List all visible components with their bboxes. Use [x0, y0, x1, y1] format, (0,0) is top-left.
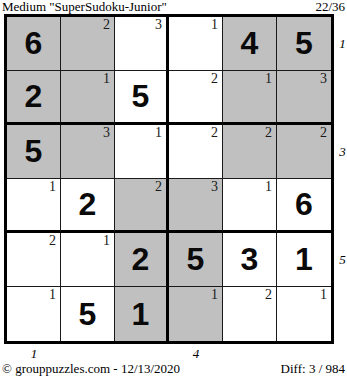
corner-mark: 3: [320, 71, 327, 87]
cell-r2c2[interactable]: 1: [61, 71, 115, 125]
corner-mark: 2: [320, 125, 327, 141]
corner-mark: 1: [103, 71, 110, 87]
cell-r2c6[interactable]: 3: [277, 71, 331, 125]
cell-value: 5: [7, 125, 60, 178]
cell-r3c3[interactable]: 1: [115, 125, 169, 179]
cell-value: 5: [169, 233, 222, 286]
cell-r2c3[interactable]: 5: [115, 71, 169, 125]
cell-r4c1[interactable]: 1: [7, 179, 61, 233]
cell-value: 6: [7, 17, 60, 70]
copyright-text: © grouppuzzles.com - 12/13/2020: [2, 362, 180, 376]
cell-value: 5: [115, 71, 166, 122]
cell-r5c5[interactable]: 3: [223, 233, 277, 287]
cell-r5c4[interactable]: 5: [169, 233, 223, 287]
cell-r5c3[interactable]: 2: [115, 233, 169, 287]
corner-mark: 1: [265, 71, 272, 87]
cell-r3c6[interactable]: 2: [277, 125, 331, 179]
col-label-4: 4: [191, 346, 201, 361]
cell-r3c5[interactable]: 2: [223, 125, 277, 179]
cell-r1c5[interactable]: 4: [223, 17, 277, 71]
cell-r2c4[interactable]: 2: [169, 71, 223, 125]
corner-mark: 1: [103, 233, 110, 249]
cell-r4c3[interactable]: 2: [115, 179, 169, 233]
col-label-1: 1: [29, 346, 39, 361]
corner-mark: 2: [103, 17, 110, 33]
corner-mark: 2: [265, 125, 272, 141]
corner-mark: 1: [265, 179, 272, 195]
corner-mark: 2: [155, 179, 162, 195]
cell-r1c6[interactable]: 5: [277, 17, 331, 71]
difficulty-text: Diff: 3 / 984: [281, 362, 345, 376]
cell-r5c2[interactable]: 1: [61, 233, 115, 287]
footer: © grouppuzzles.com - 12/13/2020 Diff: 3 …: [2, 362, 345, 376]
cell-r6c1[interactable]: 1: [7, 287, 61, 341]
corner-mark: 1: [49, 287, 56, 303]
cell-r1c2[interactable]: 2: [61, 17, 115, 71]
cell-value: 1: [115, 287, 166, 341]
cell-r6c5[interactable]: 2: [223, 287, 277, 341]
corner-mark: 1: [211, 17, 218, 33]
cell-value: 5: [61, 287, 114, 341]
cell-r1c1[interactable]: 6: [7, 17, 61, 71]
corner-mark: 1: [155, 125, 162, 141]
corner-mark: 2: [265, 287, 272, 303]
sudoku-board: 623145215213531222122316212531151121: [4, 14, 334, 344]
corner-mark: 2: [211, 125, 218, 141]
cell-value: 3: [223, 233, 276, 286]
corner-mark: 2: [211, 71, 218, 87]
cell-r1c4[interactable]: 1: [169, 17, 223, 71]
cell-value: 5: [277, 17, 331, 70]
cell-r6c3[interactable]: 1: [115, 287, 169, 341]
cell-r4c6[interactable]: 6: [277, 179, 331, 233]
corner-mark: 3: [155, 17, 162, 33]
corner-mark: 1: [320, 287, 327, 303]
cell-r4c5[interactable]: 1: [223, 179, 277, 233]
corner-mark: 1: [211, 287, 218, 303]
cell-r5c1[interactable]: 2: [7, 233, 61, 287]
cell-value: 2: [115, 233, 166, 286]
cell-r5c6[interactable]: 1: [277, 233, 331, 287]
corner-mark: 2: [49, 233, 56, 249]
corner-mark: 3: [211, 179, 218, 195]
cell-value: 2: [61, 179, 114, 230]
cell-r3c2[interactable]: 3: [61, 125, 115, 179]
cell-r2c1[interactable]: 2: [7, 71, 61, 125]
puzzle-title: Medium "SuperSudoku-Junior": [2, 0, 167, 13]
header: Medium "SuperSudoku-Junior" 22/36: [2, 0, 345, 13]
cell-r3c1[interactable]: 5: [7, 125, 61, 179]
cell-r6c2[interactable]: 5: [61, 287, 115, 341]
row-label-3: 3: [338, 144, 347, 159]
cell-r4c2[interactable]: 2: [61, 179, 115, 233]
cell-r3c4[interactable]: 2: [169, 125, 223, 179]
corner-mark: 1: [49, 179, 56, 195]
cell-r1c3[interactable]: 3: [115, 17, 169, 71]
corner-mark: 3: [103, 125, 110, 141]
cell-value: 4: [223, 17, 276, 70]
cell-r4c4[interactable]: 3: [169, 179, 223, 233]
row-label-5: 5: [338, 252, 347, 267]
progress-counter: 22/36: [315, 0, 345, 13]
cell-r6c4[interactable]: 1: [169, 287, 223, 341]
cell-value: 2: [7, 71, 60, 122]
cell-r2c5[interactable]: 1: [223, 71, 277, 125]
cell-r6c6[interactable]: 1: [277, 287, 331, 341]
cell-value: 1: [277, 233, 331, 286]
cell-value: 6: [277, 179, 331, 230]
row-label-1: 1: [338, 36, 347, 51]
